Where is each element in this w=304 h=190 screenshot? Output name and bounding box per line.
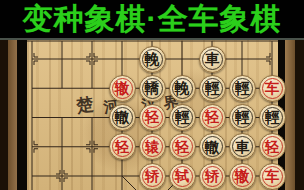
piece-character: 轍: [205, 139, 220, 154]
piece-車-black[interactable]: 車: [199, 46, 226, 73]
piece-rim: 輕: [232, 78, 253, 99]
piece-rim: 轻: [202, 107, 223, 128]
piece-character: 轻: [115, 139, 130, 154]
piece-辙-red[interactable]: 辙: [229, 163, 256, 190]
piece-轎-black[interactable]: 轎: [139, 75, 166, 102]
piece-character: 轼: [175, 168, 190, 183]
piece-rim: 车: [262, 166, 283, 187]
piece-character: 车: [265, 168, 280, 183]
piece-轍-black[interactable]: 轍: [109, 104, 136, 131]
piece-rim: 轻: [142, 107, 163, 128]
piece-character: 輕: [265, 110, 280, 125]
piece-rim: 輕: [202, 78, 223, 99]
piece-輕-black[interactable]: 輕: [229, 104, 256, 131]
piece-character: 轻: [205, 110, 220, 125]
piece-輕-black[interactable]: 輕: [169, 104, 196, 131]
piece-rim: 轍: [202, 136, 223, 157]
board-border-left: [17, 38, 27, 190]
piece-character: 车: [265, 81, 280, 96]
piece-車-black[interactable]: 車: [229, 133, 256, 160]
piece-轻-red[interactable]: 轻: [109, 133, 136, 160]
piece-character: 輕: [235, 81, 250, 96]
piece-character: 車: [205, 51, 220, 66]
piece-character: 轻: [175, 139, 190, 154]
piece-輓-black[interactable]: 輓: [169, 75, 196, 102]
piece-轻-red[interactable]: 轻: [199, 104, 226, 131]
piece-rim: 輓: [172, 78, 193, 99]
piece-rim: 辙: [232, 166, 253, 187]
piece-輕-black[interactable]: 輕: [229, 75, 256, 102]
title-bar: 变种象棋·全车象棋: [0, 0, 304, 40]
piece-character: 輕: [205, 81, 220, 96]
piece-rim: 轎: [142, 78, 163, 99]
river-text-char: 楚: [75, 92, 95, 117]
piece-rim: 轼: [172, 166, 193, 187]
piece-rim: 轻: [172, 136, 193, 157]
piece-character: 辙: [235, 168, 250, 183]
piece-轻-red[interactable]: 轻: [139, 104, 166, 131]
piece-character: 輕: [175, 110, 190, 125]
piece-rim: 轿: [202, 166, 223, 187]
piece-轿-red[interactable]: 轿: [199, 163, 226, 190]
video-thumbnail: 楚河汉界 輓車辙轎輓輕輕车轍轻輕轻輕輕轻辕轻轍車轻轿轼轿辙车 变种象棋·全车象棋: [0, 0, 304, 190]
piece-轍-black[interactable]: 轍: [199, 133, 226, 160]
piece-轻-red[interactable]: 轻: [259, 133, 286, 160]
piece-rim: 轻: [112, 136, 133, 157]
piece-輓-black[interactable]: 輓: [139, 46, 166, 73]
piece-rim: 車: [232, 136, 253, 157]
piece-轿-red[interactable]: 轿: [139, 163, 166, 190]
xiangqi-board: 楚河汉界 輓車辙轎輓輕輕车轍轻輕轻輕輕轻辕轻轍車轻轿轼轿辙车: [27, 38, 278, 190]
piece-rim: 輕: [172, 107, 193, 128]
piece-輕-black[interactable]: 輕: [199, 75, 226, 102]
piece-character: 轿: [145, 168, 160, 183]
piece-character: 轍: [115, 110, 130, 125]
piece-character: 辙: [115, 81, 130, 96]
piece-character: 輓: [145, 51, 160, 66]
piece-rim: 辕: [142, 136, 163, 157]
piece-rim: 輓: [142, 49, 163, 70]
piece-车-red[interactable]: 车: [259, 163, 286, 190]
piece-rim: 輕: [262, 107, 283, 128]
page-title: 变种象棋·全车象棋: [23, 0, 282, 40]
piece-辕-red[interactable]: 辕: [139, 133, 166, 160]
piece-character: 辕: [145, 139, 160, 154]
piece-character: 輓: [175, 81, 190, 96]
piece-輕-black[interactable]: 輕: [259, 104, 286, 131]
piece-character: 車: [235, 139, 250, 154]
piece-辙-red[interactable]: 辙: [109, 75, 136, 102]
piece-character: 轻: [145, 110, 160, 125]
piece-rim: 轻: [262, 136, 283, 157]
piece-rim: 辙: [112, 78, 133, 99]
piece-rim: 车: [262, 78, 283, 99]
piece-rim: 車: [202, 49, 223, 70]
piece-character: 轻: [265, 139, 280, 154]
piece-rim: 轍: [112, 107, 133, 128]
piece-rim: 輕: [232, 107, 253, 128]
piece-车-red[interactable]: 车: [259, 75, 286, 102]
piece-轼-red[interactable]: 轼: [169, 163, 196, 190]
piece-character: 轎: [145, 81, 160, 96]
frame-wood-left: [8, 38, 17, 190]
piece-轻-red[interactable]: 轻: [169, 133, 196, 160]
piece-character: 輕: [235, 110, 250, 125]
piece-character: 轿: [205, 168, 220, 183]
frame-wood-right: [285, 38, 295, 190]
piece-rim: 轿: [142, 166, 163, 187]
